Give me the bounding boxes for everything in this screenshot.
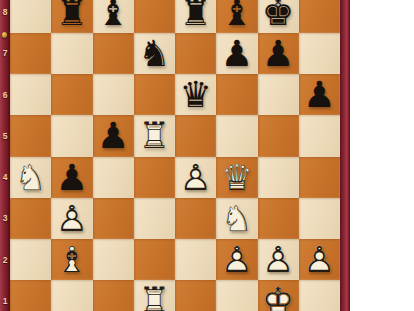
square-d4[interactable] bbox=[134, 157, 175, 198]
piece-black-rook[interactable]: ♜ bbox=[175, 0, 216, 33]
square-h7[interactable] bbox=[299, 33, 340, 74]
piece-white-bishop[interactable]: ♝♗ bbox=[51, 239, 92, 280]
square-d1[interactable]: ♜♖ bbox=[134, 280, 175, 311]
square-e2[interactable] bbox=[175, 239, 216, 280]
piece-black-knight[interactable]: ♞ bbox=[134, 33, 175, 74]
square-h8[interactable] bbox=[299, 0, 340, 33]
rank-label-2: 2 bbox=[0, 254, 10, 264]
rank-label-7: 7 bbox=[0, 48, 10, 58]
square-e5[interactable] bbox=[175, 115, 216, 156]
square-f6[interactable] bbox=[216, 74, 257, 115]
brass-pin-icon bbox=[2, 32, 7, 38]
square-h1[interactable] bbox=[299, 280, 340, 311]
square-g1[interactable]: ♚♔ bbox=[258, 280, 299, 311]
square-e3[interactable] bbox=[175, 198, 216, 239]
square-b4[interactable]: ♟ bbox=[51, 157, 92, 198]
square-f4[interactable]: ♛♕ bbox=[216, 157, 257, 198]
square-f3[interactable]: ♞♘ bbox=[216, 198, 257, 239]
piece-black-queen[interactable]: ♛ bbox=[175, 74, 216, 115]
square-h5[interactable] bbox=[299, 115, 340, 156]
square-e6[interactable]: ♛ bbox=[175, 74, 216, 115]
rank-label-8: 8 bbox=[0, 7, 10, 17]
square-c7[interactable] bbox=[93, 33, 134, 74]
rank-label-4: 4 bbox=[0, 172, 10, 182]
square-e7[interactable] bbox=[175, 33, 216, 74]
piece-white-pawn[interactable]: ♟♙ bbox=[299, 239, 340, 280]
board-squares: ♜♝♜♝♚♞♟♟♛♟♟♜♖♞♘♟♟♙♛♕♟♙♞♘♝♗♟♙♟♙♟♙♜♖♚♔ bbox=[10, 0, 340, 311]
square-h6[interactable]: ♟ bbox=[299, 74, 340, 115]
square-b2[interactable]: ♝♗ bbox=[51, 239, 92, 280]
square-f8[interactable]: ♝ bbox=[216, 0, 257, 33]
square-d2[interactable] bbox=[134, 239, 175, 280]
page: ♜♝♜♝♚♞♟♟♛♟♟♜♖♞♘♟♟♙♛♕♟♙♞♘♝♗♟♙♟♙♟♙♜♖♚♔ 876… bbox=[0, 0, 414, 311]
piece-black-pawn[interactable]: ♟ bbox=[51, 157, 92, 198]
square-f1[interactable] bbox=[216, 280, 257, 311]
square-c8[interactable]: ♝ bbox=[93, 0, 134, 33]
piece-black-king[interactable]: ♚ bbox=[258, 0, 299, 33]
rank-label-1: 1 bbox=[0, 295, 10, 305]
square-g3[interactable] bbox=[258, 198, 299, 239]
square-c3[interactable] bbox=[93, 198, 134, 239]
piece-white-knight[interactable]: ♞♘ bbox=[216, 198, 257, 239]
square-f7[interactable]: ♟ bbox=[216, 33, 257, 74]
rank-label-3: 3 bbox=[0, 213, 10, 223]
board-frame-left: 87654321 bbox=[0, 0, 10, 311]
piece-white-pawn[interactable]: ♟♙ bbox=[258, 239, 299, 280]
piece-black-pawn[interactable]: ♟ bbox=[216, 33, 257, 74]
square-g2[interactable]: ♟♙ bbox=[258, 239, 299, 280]
square-a6[interactable] bbox=[10, 74, 51, 115]
square-h4[interactable] bbox=[299, 157, 340, 198]
piece-white-queen[interactable]: ♛♕ bbox=[216, 157, 257, 198]
square-b3[interactable]: ♟♙ bbox=[51, 198, 92, 239]
piece-black-pawn[interactable]: ♟ bbox=[93, 115, 134, 156]
square-a3[interactable] bbox=[10, 198, 51, 239]
board-frame-right bbox=[340, 0, 350, 311]
piece-black-bishop[interactable]: ♝ bbox=[216, 0, 257, 33]
piece-white-pawn[interactable]: ♟♙ bbox=[216, 239, 257, 280]
square-b5[interactable] bbox=[51, 115, 92, 156]
square-g6[interactable] bbox=[258, 74, 299, 115]
square-c5[interactable]: ♟ bbox=[93, 115, 134, 156]
piece-white-pawn[interactable]: ♟♙ bbox=[51, 198, 92, 239]
square-d6[interactable] bbox=[134, 74, 175, 115]
square-e4[interactable]: ♟♙ bbox=[175, 157, 216, 198]
square-g8[interactable]: ♚ bbox=[258, 0, 299, 33]
square-g4[interactable] bbox=[258, 157, 299, 198]
square-d8[interactable] bbox=[134, 0, 175, 33]
chess-board: ♜♝♜♝♚♞♟♟♛♟♟♜♖♞♘♟♟♙♛♕♟♙♞♘♝♗♟♙♟♙♟♙♜♖♚♔ 876… bbox=[0, 0, 350, 311]
square-a2[interactable] bbox=[10, 239, 51, 280]
piece-black-pawn[interactable]: ♟ bbox=[258, 33, 299, 74]
square-b7[interactable] bbox=[51, 33, 92, 74]
square-a5[interactable] bbox=[10, 115, 51, 156]
square-a8[interactable] bbox=[10, 0, 51, 33]
square-d3[interactable] bbox=[134, 198, 175, 239]
square-a7[interactable] bbox=[10, 33, 51, 74]
square-f5[interactable] bbox=[216, 115, 257, 156]
square-b8[interactable]: ♜ bbox=[51, 0, 92, 33]
square-h2[interactable]: ♟♙ bbox=[299, 239, 340, 280]
piece-white-knight[interactable]: ♞♘ bbox=[10, 157, 51, 198]
piece-white-king[interactable]: ♚♔ bbox=[258, 280, 299, 311]
square-c4[interactable] bbox=[93, 157, 134, 198]
square-a4[interactable]: ♞♘ bbox=[10, 157, 51, 198]
piece-white-rook[interactable]: ♜♖ bbox=[134, 280, 175, 311]
square-c6[interactable] bbox=[93, 74, 134, 115]
square-e1[interactable] bbox=[175, 280, 216, 311]
square-a1[interactable] bbox=[10, 280, 51, 311]
square-d7[interactable]: ♞ bbox=[134, 33, 175, 74]
rank-label-6: 6 bbox=[0, 89, 10, 99]
square-g7[interactable]: ♟ bbox=[258, 33, 299, 74]
rank-label-5: 5 bbox=[0, 130, 10, 140]
square-f2[interactable]: ♟♙ bbox=[216, 239, 257, 280]
piece-white-pawn[interactable]: ♟♙ bbox=[175, 157, 216, 198]
square-b6[interactable] bbox=[51, 74, 92, 115]
square-b1[interactable] bbox=[51, 280, 92, 311]
piece-white-rook[interactable]: ♜♖ bbox=[134, 115, 175, 156]
piece-black-bishop[interactable]: ♝ bbox=[93, 0, 134, 33]
square-g5[interactable] bbox=[258, 115, 299, 156]
piece-black-rook[interactable]: ♜ bbox=[51, 0, 92, 33]
piece-black-pawn[interactable]: ♟ bbox=[299, 74, 340, 115]
square-d5[interactable]: ♜♖ bbox=[134, 115, 175, 156]
square-h3[interactable] bbox=[299, 198, 340, 239]
square-e8[interactable]: ♜ bbox=[175, 0, 216, 33]
square-c1[interactable] bbox=[93, 280, 134, 311]
square-c2[interactable] bbox=[93, 239, 134, 280]
